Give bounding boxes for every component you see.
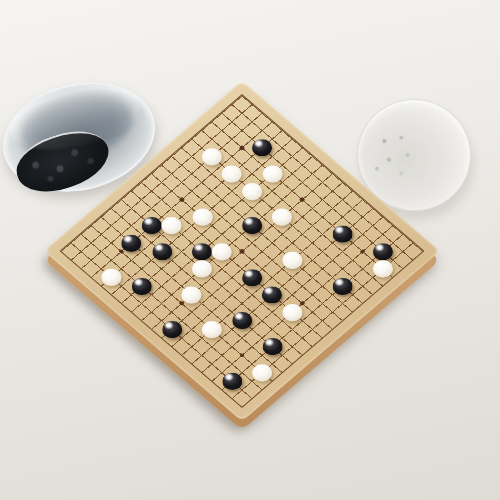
black-stone	[232, 312, 252, 329]
white-stone	[373, 261, 393, 278]
hoshi-point	[299, 197, 305, 203]
black-stone	[373, 243, 393, 260]
black-stone	[252, 139, 271, 156]
black-stone	[152, 243, 172, 260]
white-stone	[202, 321, 222, 338]
black-stone	[242, 217, 262, 234]
black-stone	[122, 235, 142, 252]
white-stone	[182, 286, 202, 303]
product-photo-scene	[0, 0, 500, 500]
white-stone	[252, 364, 272, 381]
white-stone	[272, 209, 292, 226]
black-stone	[242, 269, 262, 286]
black-stone	[333, 226, 353, 243]
hoshi-point	[239, 145, 245, 151]
black-stone	[142, 217, 162, 234]
white-stone	[202, 148, 222, 165]
black-stone	[262, 286, 282, 303]
black-stone	[162, 321, 182, 338]
white-stone	[283, 304, 303, 321]
hoshi-point	[359, 249, 365, 255]
black-stone	[192, 243, 212, 260]
white-stone	[192, 209, 212, 226]
hoshi-point	[299, 301, 305, 307]
white-stone	[262, 165, 282, 182]
hoshi-point	[239, 249, 245, 255]
white-stones-in-bowl	[360, 118, 441, 198]
white-stone	[283, 252, 303, 269]
black-stone	[262, 338, 282, 355]
black-stone	[132, 278, 152, 295]
white-stone	[222, 165, 242, 182]
white-stone	[162, 217, 182, 234]
white-stone	[192, 261, 212, 278]
black-stone	[333, 278, 353, 295]
black-stone	[222, 373, 242, 390]
white-stone	[102, 269, 122, 286]
white-stone	[212, 243, 232, 260]
hoshi-point	[239, 353, 245, 359]
white-stone	[242, 183, 262, 200]
hoshi-point	[178, 197, 184, 203]
